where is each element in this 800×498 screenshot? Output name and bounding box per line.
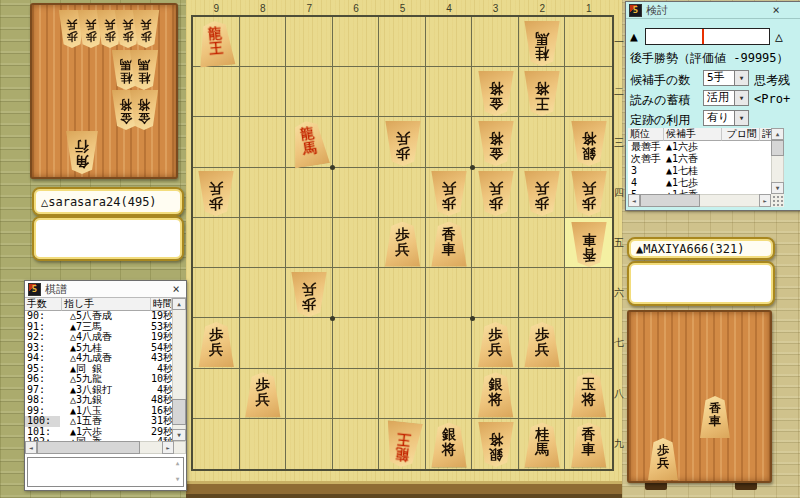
sente-mark: ▲ (630, 29, 638, 44)
kifu-move-list: 90:△5八香成19秒91:▲7三馬53秒92:△4八成香19秒93:▲5九桂5… (25, 311, 173, 441)
board-square[interactable] (286, 419, 333, 469)
gote-player-name: △sarasara24(495) (41, 195, 157, 209)
board-square[interactable] (240, 218, 287, 268)
scroll-up-icon[interactable]: ▲ (172, 298, 186, 310)
analysis-window: 5 検討 × ▲ △ 後手勝勢（評価値 -99995） 候補手の数 5手 ▼ 読… (625, 1, 800, 211)
scroll-right-icon[interactable]: ► (759, 194, 771, 207)
piece-kanji: 金 (120, 112, 132, 124)
board-square[interactable] (426, 117, 473, 167)
board-square[interactable] (193, 67, 240, 117)
kifu-header-move[interactable]: 指し手 (62, 298, 151, 311)
file-label: 9 (193, 2, 240, 15)
piece-kanji: 銀 (582, 146, 596, 160)
piece-kanji: 龍 (394, 447, 409, 462)
board-square[interactable] (240, 419, 287, 469)
kifu-window: 5 棋譜 × 手数 指し手 時間 90:△5八香成19秒91:▲7三馬53秒92… (24, 280, 187, 491)
piece-kanji: 馬 (302, 141, 318, 157)
kifu-row[interactable]: 100:△1五香31秒 (25, 416, 173, 427)
piece-kanji: 車 (442, 243, 456, 257)
rank-label: 八 (614, 387, 624, 401)
board-square[interactable] (193, 369, 240, 419)
evaluation-bar (645, 28, 770, 45)
move-time: 16秒 (145, 406, 173, 417)
kifu-header-time[interactable]: 時間 (151, 298, 172, 311)
kifu-vscroll-thumb[interactable] (172, 399, 186, 425)
piece-kanji: 金 (138, 112, 150, 124)
rank-label: 六 (614, 286, 624, 300)
piece-kanji: 歩 (489, 328, 503, 342)
board-square[interactable] (426, 268, 473, 318)
joseki-value: 有り (707, 111, 729, 124)
board-square[interactable] (379, 268, 426, 318)
piece-kanji: 歩 (582, 196, 596, 210)
board-square[interactable] (426, 318, 473, 368)
board-square[interactable] (333, 168, 380, 218)
piece-kanji: 車 (582, 443, 596, 457)
piece-kanji: 兵 (141, 19, 152, 30)
setting-label-joseki: 定跡の利用 (630, 112, 690, 129)
move-time: 19秒 (145, 311, 173, 322)
candidates-hscroll-thumb[interactable] (640, 194, 700, 207)
rank-label: 一 (614, 35, 624, 49)
piece-kanji: 香 (582, 247, 596, 261)
piece-kanji: 車 (709, 415, 721, 427)
move-time: 43秒 (145, 353, 173, 364)
file-label: 6 (333, 2, 380, 15)
candidate-move: ▲1六歩 (664, 141, 759, 153)
scroll-down-icon[interactable]: ▼ (172, 429, 186, 441)
piece-kanji: 行 (75, 139, 89, 153)
piece-kanji: 桂 (535, 428, 549, 442)
rank-label: 二 (614, 85, 624, 99)
move-text: ▲7三馬 (60, 322, 145, 333)
rank-label: 九 (614, 437, 624, 451)
board-square[interactable] (565, 318, 612, 368)
piece-kanji: 歩 (396, 146, 410, 160)
move-number: 96: (25, 374, 60, 385)
candidates-count-select[interactable]: 5手 ▼ (703, 70, 749, 86)
piece-kanji: 兵 (489, 343, 503, 357)
kifu-row[interactable]: 91:▲7三馬53秒 (25, 322, 173, 333)
sente-message-box (627, 261, 775, 306)
accumulate-value: 活用 (707, 91, 729, 104)
kifu-comment-box (27, 457, 184, 487)
board-square[interactable] (333, 268, 380, 318)
kifu-row[interactable]: 93:▲5九桂54秒 (25, 343, 173, 354)
board-square[interactable] (333, 318, 380, 368)
board-square[interactable] (519, 218, 566, 268)
piece-kanji: 将 (489, 81, 503, 95)
move-text: △1五香 (60, 416, 145, 427)
board-square[interactable] (379, 369, 426, 419)
kifu-window-title: 棋譜 (45, 282, 67, 297)
board-square[interactable] (193, 117, 240, 167)
board-square[interactable] (193, 419, 240, 469)
candidate-move: ▲1七歩 (664, 177, 759, 189)
candidate-rank: 最善手 (628, 141, 664, 153)
piece-kanji: 歩 (535, 328, 549, 342)
board-square[interactable] (240, 318, 287, 368)
board-square[interactable] (379, 318, 426, 368)
piece-kanji: 龍 (208, 26, 223, 41)
piece-kanji: 将 (442, 443, 456, 457)
board-square[interactable] (286, 17, 333, 67)
board-square[interactable] (472, 268, 519, 318)
file-label: 1 (565, 2, 612, 15)
piece-kanji: 兵 (396, 243, 410, 257)
piece-kanji: 兵 (535, 343, 549, 357)
file-label: 7 (286, 2, 333, 15)
rank-label: 七 (614, 336, 624, 350)
piece-kanji: 車 (582, 232, 596, 246)
piece-kanji: 歩 (442, 196, 456, 210)
piece-kanji: 桂 (535, 46, 549, 60)
piece-kanji: 将 (582, 131, 596, 145)
move-time: 31秒 (145, 416, 173, 427)
header-candidate[interactable]: 候補手 (664, 128, 722, 141)
piece-kanji: 将 (489, 432, 503, 446)
piece-kanji: 歩 (302, 297, 316, 311)
move-text: △3九銀 (60, 395, 145, 406)
scroll-up-icon[interactable]: ▲ (173, 459, 182, 468)
board-square[interactable] (333, 218, 380, 268)
move-time: 10秒 (145, 374, 173, 385)
kifu-row[interactable]: 94:△4九成香43秒 (25, 353, 173, 364)
scroll-left-icon[interactable]: ◄ (25, 441, 37, 454)
piece-kanji: 歩 (141, 31, 152, 42)
piece-kanji: 歩 (535, 196, 549, 210)
kifu-row[interactable]: 98:△3九銀48秒 (25, 395, 173, 406)
piece-kanji: 将 (489, 393, 503, 407)
close-icon[interactable]: × (169, 282, 183, 296)
piece-kanji: 歩 (86, 31, 97, 42)
rank-label: 四 (614, 186, 624, 200)
candidate-move: ▲1七桂 (664, 165, 759, 177)
sente-nameplate: ▲MAXIYA666(321) (627, 237, 775, 260)
sente-captured-tray (627, 310, 772, 483)
chevron-down-icon[interactable]: ▼ (734, 91, 748, 105)
piece-kanji: 歩 (123, 31, 134, 42)
piece-kanji: 金 (489, 96, 503, 110)
move-text: △4九成香 (60, 353, 145, 364)
scroll-down-icon[interactable]: ▼ (771, 182, 784, 194)
candidate-move: ▲1六香 (664, 153, 759, 165)
move-text: ▲1八玉 (60, 406, 145, 417)
piece-kanji: 兵 (67, 19, 78, 30)
piece-kanji: 桂 (120, 72, 132, 84)
piece-kanji: 兵 (582, 181, 596, 195)
candidate-row[interactable]: 3▲1七桂 (628, 165, 771, 177)
move-time: 4秒 (145, 364, 173, 375)
file-coordinate-labels: 987654321 (193, 2, 612, 15)
piece-kanji: 香 (442, 228, 456, 242)
file-label: 5 (379, 2, 426, 15)
board-square[interactable] (286, 67, 333, 117)
setting-label-candidates: 候補手の数 (630, 72, 690, 89)
header-eval[interactable]: 評 (760, 128, 771, 141)
kifu-hscroll-thumb[interactable] (37, 441, 140, 454)
kifu-list-header: 手数 指し手 時間 (25, 298, 172, 311)
move-number: 100: (25, 416, 60, 427)
piece-kanji: 将 (582, 393, 596, 407)
header-pro[interactable]: プロ間 (722, 128, 760, 141)
candidates-count-value: 5手 (707, 71, 725, 84)
piece-kanji: 兵 (105, 19, 116, 30)
piece-kanji: 兵 (209, 181, 223, 195)
scroll-right-icon[interactable]: ► (162, 441, 174, 454)
accumulate-select[interactable]: 活用 ▼ (703, 90, 749, 106)
move-time: 53秒 (145, 322, 173, 333)
board-square[interactable] (333, 117, 380, 167)
candidate-row[interactable]: 4▲1七歩 (628, 177, 771, 189)
candidates-vscroll-thumb[interactable] (771, 140, 784, 156)
piece-kanji: 歩 (105, 31, 116, 42)
board-front-edge (186, 484, 622, 494)
board-square[interactable] (379, 67, 426, 117)
board-square[interactable] (286, 369, 333, 419)
gote-mark: △ (775, 29, 783, 44)
app-icon: 5 (28, 283, 41, 296)
piece-kanji: 兵 (396, 131, 410, 145)
file-label: 4 (426, 2, 473, 15)
board-square[interactable] (426, 17, 473, 67)
piece-kanji: 歩 (209, 328, 223, 342)
gote-nameplate: △sarasara24(495) (32, 187, 184, 216)
board-square[interactable] (286, 218, 333, 268)
move-number: 98: (25, 395, 60, 406)
evaluation-marker (702, 29, 704, 44)
piece-kanji: 兵 (302, 282, 316, 296)
kifu-row[interactable]: 90:△5八香成19秒 (25, 311, 173, 322)
board-square[interactable] (193, 268, 240, 318)
piece-kanji: 香 (582, 428, 596, 442)
candidate-rank: 次善手 (628, 153, 664, 165)
piece-kanji: 歩 (657, 444, 669, 456)
move-number: 90: (25, 311, 60, 322)
scroll-left-icon[interactable]: ◄ (628, 194, 640, 207)
piece-kanji: 兵 (256, 393, 270, 407)
board-square[interactable] (240, 168, 287, 218)
piece-kanji: 金 (489, 146, 503, 160)
board-square[interactable] (240, 268, 287, 318)
app-icon: 5 (629, 4, 642, 17)
move-text: ▲1六歩 (60, 427, 145, 438)
board-square[interactable] (426, 369, 473, 419)
move-time: 19秒 (145, 332, 173, 343)
piece-kanji: 馬 (535, 31, 549, 45)
piece-kanji: 歩 (489, 196, 503, 210)
board-square[interactable] (286, 318, 333, 368)
kifu-row[interactable]: 97:▲3八銀打4秒 (25, 385, 173, 396)
piece-kanji: 兵 (123, 19, 134, 30)
piece-kanji: 銀 (489, 447, 503, 461)
move-text: △4八成香 (60, 332, 145, 343)
piece-kanji: 香 (709, 402, 721, 414)
board-square[interactable] (240, 67, 287, 117)
piece-kanji: 銀 (489, 378, 503, 392)
resize-grip[interactable] (771, 194, 784, 207)
board-square[interactable] (426, 67, 473, 117)
sente-player-name: ▲MAXIYA666(321) (636, 242, 744, 256)
board-square[interactable] (519, 268, 566, 318)
piece-kanji: 歩 (256, 378, 270, 392)
move-text: ▲同 銀 (60, 364, 145, 375)
candidate-list: 最善手▲1六歩次善手▲1六香3▲1七桂4▲1七歩5▲1七香 (628, 141, 771, 194)
piece-kanji: 兵 (535, 181, 549, 195)
board-square[interactable] (379, 17, 426, 67)
board-square[interactable] (472, 218, 519, 268)
piece-kanji: 歩 (396, 228, 410, 242)
chevron-down-icon[interactable]: ▼ (734, 71, 748, 85)
close-icon[interactable]: × (769, 3, 783, 17)
piece-kanji: 兵 (657, 457, 669, 469)
move-text: △5八香成 (60, 311, 145, 322)
piece-kanji: 歩 (209, 196, 223, 210)
piece-kanji: 将 (535, 81, 549, 95)
board-front-edge-shadow (186, 494, 622, 498)
kifu-row[interactable]: 92:△4八成香19秒 (25, 332, 173, 343)
piece-kanji: 兵 (442, 181, 456, 195)
thinking-label: 思考残 (754, 72, 790, 89)
piece-kanji: 兵 (86, 19, 97, 30)
piece-kanji: 王 (209, 41, 224, 56)
analysis-titlebar[interactable]: 5 検討 × (626, 2, 800, 19)
piece-kanji: 将 (489, 131, 503, 145)
kifu-row[interactable]: 95:▲同 銀4秒 (25, 364, 173, 375)
piece-kanji: 馬 (120, 59, 132, 71)
board-square[interactable] (240, 117, 287, 167)
file-label: 2 (519, 2, 566, 15)
engine-level-label: <Pro+ (754, 92, 790, 106)
analysis-window-title: 検討 (646, 3, 668, 18)
move-text: ▲3八銀打 (60, 385, 145, 396)
board-square[interactable] (519, 369, 566, 419)
move-text: △5九龍 (60, 374, 145, 385)
joseki-select[interactable]: 有り ▼ (703, 110, 749, 126)
piece-kanji: 王 (535, 96, 549, 110)
board-square[interactable] (286, 168, 333, 218)
piece-kanji: 馬 (138, 59, 150, 71)
board-square[interactable] (333, 419, 380, 469)
candidate-list-header: 順位 候補手 プロ間 評 (628, 128, 771, 141)
kifu-row[interactable]: 96:△5九龍10秒 (25, 374, 173, 385)
board-square[interactable] (193, 218, 240, 268)
piece-kanji: 桂 (138, 72, 150, 84)
scroll-down-icon[interactable]: ▼ (173, 475, 182, 484)
piece-kanji: 兵 (489, 181, 503, 195)
board-square[interactable] (519, 117, 566, 167)
candidate-row[interactable]: 最善手▲1六歩 (628, 141, 771, 153)
evaluation-text: 後手勝勢（評価値 -99995） (630, 50, 789, 67)
file-label: 8 (240, 2, 287, 15)
move-number: 92: (25, 332, 60, 343)
kifu-titlebar[interactable]: 5 棋譜 × (25, 281, 186, 298)
file-label: 3 (472, 2, 519, 15)
board-square[interactable] (565, 67, 612, 117)
app-window: 987654321 一二三四五六七八九 龍王桂馬金将王将龍馬歩兵金将銀将歩兵歩兵… (0, 0, 800, 498)
candidate-rank: 4 (628, 177, 664, 189)
piece-kanji: 歩 (67, 31, 78, 42)
move-time: 29秒 (145, 427, 173, 438)
gote-message-box (32, 216, 184, 261)
scroll-up-icon[interactable]: ▲ (771, 128, 784, 140)
board-square[interactable] (565, 268, 612, 318)
board-square[interactable] (333, 369, 380, 419)
piece-kanji: 馬 (535, 443, 549, 457)
candidate-rank: 3 (628, 165, 664, 177)
move-time: 54秒 (145, 343, 173, 354)
move-time: 4秒 (145, 385, 173, 396)
board-square[interactable] (379, 168, 426, 218)
piece-kanji: 角 (75, 154, 89, 168)
piece-kanji: 兵 (209, 343, 223, 357)
piece-kanji: 玉 (582, 378, 596, 392)
piece-kanji: 王 (395, 432, 410, 447)
chevron-down-icon[interactable]: ▼ (734, 111, 748, 125)
setting-label-accumulate: 読みの蓄積 (630, 92, 691, 109)
piece-kanji: 将 (138, 99, 150, 111)
rank-label: 三 (614, 136, 624, 150)
move-time: 48秒 (145, 395, 173, 406)
board-square[interactable] (472, 17, 519, 67)
candidate-row[interactable]: 次善手▲1六香 (628, 153, 771, 165)
board-square[interactable] (333, 67, 380, 117)
rank-label: 五 (614, 236, 624, 250)
piece-kanji: 将 (120, 99, 132, 111)
kifu-header-moves[interactable]: 手数 (25, 298, 62, 311)
board-square[interactable] (240, 17, 287, 67)
piece-kanji: 銀 (442, 428, 456, 442)
board-square[interactable] (333, 17, 380, 67)
board-square[interactable] (565, 17, 612, 67)
move-text: ▲5九桂 (60, 343, 145, 354)
rank-coordinate-labels: 一二三四五六七八九 (614, 17, 624, 469)
header-rank[interactable]: 順位 (628, 128, 664, 141)
move-number: 94: (25, 353, 60, 364)
